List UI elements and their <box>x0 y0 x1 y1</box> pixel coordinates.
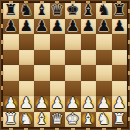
frame-nub <box>1 71 3 75</box>
piece-black-knight: ♞ <box>97 3 110 18</box>
piece-white-queen: ♛ <box>51 112 64 127</box>
frame-nub <box>1 24 3 28</box>
piece-black-pawn: ♟ <box>51 19 64 34</box>
piece-white-bishop: ♝ <box>82 112 95 127</box>
frame-nub <box>71 128 75 130</box>
piece-black-pawn: ♟ <box>35 19 48 34</box>
piece-black-pawn: ♟ <box>20 19 33 34</box>
frame-nub <box>1 86 3 90</box>
square-g1[interactable]: ♞ <box>96 112 112 128</box>
square-c5[interactable] <box>34 50 50 66</box>
square-b4[interactable] <box>19 65 35 81</box>
square-c1[interactable]: ♝ <box>34 112 50 128</box>
square-c6[interactable] <box>34 34 50 50</box>
frame-nub <box>128 102 130 106</box>
frame-nub <box>128 40 130 44</box>
frame-nub <box>128 117 130 121</box>
piece-white-knight: ♞ <box>20 112 33 127</box>
piece-black-pawn: ♟ <box>66 19 79 34</box>
square-d5[interactable] <box>50 50 66 66</box>
square-d1[interactable]: ♛ <box>50 112 66 128</box>
frame-nub <box>102 1 106 3</box>
square-f1[interactable]: ♝ <box>81 112 97 128</box>
frame-nub <box>1 117 3 121</box>
piece-white-knight: ♞ <box>97 112 110 127</box>
piece-black-knight: ♞ <box>20 3 33 18</box>
square-h4[interactable] <box>112 65 128 81</box>
square-h1[interactable]: ♜ <box>112 112 128 128</box>
piece-black-rook: ♜ <box>4 3 17 18</box>
piece-white-pawn: ♟ <box>51 96 64 111</box>
piece-white-rook: ♜ <box>4 112 17 127</box>
frame-nub <box>128 86 130 90</box>
square-d6[interactable] <box>50 34 66 50</box>
piece-black-pawn: ♟ <box>4 19 17 34</box>
square-a1[interactable]: ♜ <box>3 112 19 128</box>
piece-white-pawn: ♟ <box>113 96 126 111</box>
frame-nub <box>128 9 130 13</box>
frame-nub <box>71 1 75 3</box>
piece-black-queen: ♛ <box>51 3 64 18</box>
piece-black-pawn: ♟ <box>113 19 126 34</box>
piece-white-bishop: ♝ <box>35 112 48 127</box>
square-e4[interactable] <box>65 65 81 81</box>
square-f5[interactable] <box>81 50 97 66</box>
piece-black-bishop: ♝ <box>82 3 95 18</box>
frame-nub <box>24 128 28 130</box>
frame-nub <box>1 55 3 59</box>
piece-black-king: ♚ <box>66 3 79 18</box>
frame-nub <box>24 1 28 3</box>
frame-nub <box>1 9 3 13</box>
square-f6[interactable] <box>81 34 97 50</box>
piece-white-king: ♚ <box>66 112 79 127</box>
frame-nub <box>40 1 44 3</box>
square-c7[interactable]: ♟ <box>34 19 50 35</box>
frame-nub <box>86 128 90 130</box>
square-b1[interactable]: ♞ <box>19 112 35 128</box>
square-e1[interactable]: ♚ <box>65 112 81 128</box>
frame-nub <box>40 128 44 130</box>
square-a4[interactable] <box>3 65 19 81</box>
square-g5[interactable] <box>96 50 112 66</box>
piece-white-pawn: ♟ <box>20 96 33 111</box>
square-a5[interactable] <box>3 50 19 66</box>
square-d7[interactable]: ♟ <box>50 19 66 35</box>
frame-nub <box>55 128 59 130</box>
square-h6[interactable] <box>112 34 128 50</box>
piece-white-pawn: ♟ <box>97 96 110 111</box>
square-g7[interactable]: ♟ <box>96 19 112 35</box>
square-b5[interactable] <box>19 50 35 66</box>
frame-nub <box>117 128 121 130</box>
piece-black-pawn: ♟ <box>82 19 95 34</box>
frame-nub <box>128 71 130 75</box>
frame-nub <box>128 55 130 59</box>
chess-board: ♜♞♝♛♚♝♞♜♟♟♟♟♟♟♟♟♟♟♟♟♟♟♟♟♜♞♝♛♚♝♞♜ <box>0 0 130 130</box>
square-b6[interactable] <box>19 34 35 50</box>
frame-nub <box>117 1 121 3</box>
frame-nub <box>86 1 90 3</box>
square-g4[interactable] <box>96 65 112 81</box>
frame-nub <box>55 1 59 3</box>
square-a6[interactable] <box>3 34 19 50</box>
square-f4[interactable] <box>81 65 97 81</box>
frame-nub <box>102 128 106 130</box>
frame-nub <box>9 1 13 3</box>
square-e6[interactable] <box>65 34 81 50</box>
square-a7[interactable]: ♟ <box>3 19 19 35</box>
piece-black-rook: ♜ <box>113 3 126 18</box>
piece-white-pawn: ♟ <box>66 96 79 111</box>
square-c4[interactable] <box>34 65 50 81</box>
frame-nub <box>9 128 13 130</box>
square-d4[interactable] <box>50 65 66 81</box>
piece-white-pawn: ♟ <box>35 96 48 111</box>
piece-black-bishop: ♝ <box>35 3 48 18</box>
frame-nub <box>128 24 130 28</box>
square-f7[interactable]: ♟ <box>81 19 97 35</box>
square-e5[interactable] <box>65 50 81 66</box>
piece-white-pawn: ♟ <box>4 96 17 111</box>
frame-nub <box>1 40 3 44</box>
piece-white-pawn: ♟ <box>82 96 95 111</box>
square-g6[interactable] <box>96 34 112 50</box>
square-b7[interactable]: ♟ <box>19 19 35 35</box>
square-e7[interactable]: ♟ <box>65 19 81 35</box>
piece-white-rook: ♜ <box>113 112 126 127</box>
board-grid: ♜♞♝♛♚♝♞♜♟♟♟♟♟♟♟♟♟♟♟♟♟♟♟♟♜♞♝♛♚♝♞♜ <box>3 3 127 127</box>
square-h5[interactable] <box>112 50 128 66</box>
frame-nub <box>1 102 3 106</box>
piece-black-pawn: ♟ <box>97 19 110 34</box>
square-h7[interactable]: ♟ <box>112 19 128 35</box>
